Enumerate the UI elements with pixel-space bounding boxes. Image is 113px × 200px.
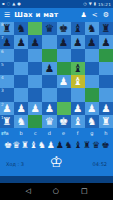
- tray-white-piece: ♝: [30, 141, 38, 150]
- square-g3[interactable]: [85, 88, 99, 101]
- square-g1[interactable]: ♞: [85, 115, 99, 128]
- square-b7[interactable]: ♟: [14, 35, 28, 48]
- tray-white-piece: ♟: [47, 141, 55, 150]
- square-g5[interactable]: [85, 62, 99, 75]
- square-h1[interactable]: ♜: [99, 115, 113, 128]
- black-piece-b-f5[interactable]: ♝: [73, 63, 82, 74]
- square-b5[interactable]: [14, 62, 28, 75]
- file-label-f: f: [71, 130, 85, 136]
- square-d6[interactable]: [42, 49, 56, 62]
- chess-board[interactable]: ♜8♞♛♚♝♞♜♟7♟♟♟♟♟♟65♟♝4♟♝3♟2♟♟♟♟♟♟♜1♞♛♚♝♞♜: [0, 22, 113, 128]
- square-f5[interactable]: ♝: [71, 62, 85, 75]
- piece-icon[interactable]: ♟: [81, 12, 87, 19]
- white-piece-p-d2[interactable]: ♟: [45, 103, 54, 114]
- notification-icon-2: ◌: [7, 2, 11, 6]
- black-piece-b-f8[interactable]: ♝: [73, 23, 82, 34]
- white-piece-n-b1[interactable]: ♞: [16, 116, 25, 127]
- tray-black-piece: ♜: [83, 141, 91, 150]
- app-title: Шах и мат: [14, 11, 75, 19]
- square-h7[interactable]: ♟: [99, 35, 113, 48]
- rank-label-8: 8: [1, 22, 4, 27]
- recents-icon[interactable]: □: [81, 188, 88, 195]
- black-piece-p-h7[interactable]: ♟: [101, 37, 110, 48]
- game-timer: 04:52: [93, 161, 107, 167]
- rank-label-7: 7: [1, 35, 4, 40]
- file-label-c: c: [28, 130, 42, 136]
- square-c8[interactable]: [28, 22, 42, 35]
- square-g8[interactable]: ♞: [85, 22, 99, 35]
- black-piece-p-c7[interactable]: ♟: [31, 37, 40, 48]
- tray-black-piece: ♞: [65, 141, 73, 150]
- file-label-h: h: [99, 130, 113, 136]
- square-a2[interactable]: ♟2: [0, 102, 14, 115]
- white-piece-p-f2[interactable]: ♟: [73, 103, 82, 114]
- square-h8[interactable]: ♜: [99, 22, 113, 35]
- square-h3[interactable]: [99, 88, 113, 101]
- square-b2[interactable]: ♟: [14, 102, 28, 115]
- square-c3[interactable]: [28, 88, 42, 101]
- black-piece-r-h8[interactable]: ♜: [101, 23, 110, 34]
- back-icon[interactable]: ◁: [25, 188, 30, 195]
- white-piece-r-h1[interactable]: ♜: [101, 116, 110, 127]
- menu-icon[interactable]: ☰: [4, 11, 10, 19]
- square-c4[interactable]: [28, 75, 42, 88]
- square-a5[interactable]: 5: [0, 62, 14, 75]
- wifi-icon: ▼: [89, 2, 92, 6]
- tray-white-piece: ♞: [38, 141, 46, 150]
- rank-label-4: 4: [1, 75, 4, 80]
- tray-black-piece: ♚: [101, 141, 109, 150]
- white-piece-n-g1[interactable]: ♞: [87, 116, 96, 127]
- square-a3[interactable]: 3: [0, 88, 14, 101]
- square-e8[interactable]: ♚: [57, 22, 71, 35]
- black-piece-n-g8[interactable]: ♞: [87, 23, 96, 34]
- white-piece-k-e1[interactable]: ♚: [59, 116, 68, 127]
- white-piece-p-g2[interactable]: ♟: [87, 103, 96, 114]
- square-b3[interactable]: [14, 88, 28, 101]
- rank-label-1: 1: [1, 115, 4, 120]
- black-piece-p-b7[interactable]: ♟: [16, 37, 25, 48]
- square-c7[interactable]: ♟: [28, 35, 42, 48]
- square-h4[interactable]: [99, 75, 113, 88]
- square-f8[interactable]: ♝: [71, 22, 85, 35]
- notification-icon-3: ▲: [12, 2, 15, 6]
- square-h2[interactable]: ♟: [99, 102, 113, 115]
- white-piece-b-f1[interactable]: ♝: [73, 116, 82, 127]
- square-g2[interactable]: ♟: [85, 102, 99, 115]
- square-b8[interactable]: ♞: [14, 22, 28, 35]
- square-e6[interactable]: [57, 49, 71, 62]
- square-e1[interactable]: ♚: [57, 115, 71, 128]
- share-icon[interactable]: <: [92, 12, 98, 19]
- white-piece-p-h2[interactable]: ♟: [101, 103, 110, 114]
- tray-black-piece: ♟: [56, 141, 64, 150]
- file-label-e: e: [57, 130, 71, 136]
- file-label-g: g: [85, 130, 99, 136]
- square-b4[interactable]: [14, 75, 28, 88]
- rank-label-3: 3: [1, 88, 4, 93]
- square-c1[interactable]: [28, 115, 42, 128]
- square-f4[interactable]: ♝: [71, 75, 85, 88]
- notification-icon-1: ▪: [2, 2, 5, 6]
- square-c5[interactable]: [28, 62, 42, 75]
- tray-white-piece: ♚: [4, 141, 12, 150]
- square-d5[interactable]: ♟: [42, 62, 56, 75]
- square-e5[interactable]: [57, 62, 71, 75]
- app-bar: ☰ Шах и мат ♟<⚙: [0, 8, 113, 22]
- home-icon[interactable]: ○: [53, 188, 59, 195]
- black-piece-p-g7[interactable]: ♟: [87, 37, 96, 48]
- file-label-b: b: [14, 130, 28, 136]
- white-piece-p-c2[interactable]: ♟: [31, 103, 40, 114]
- app-bar-actions: ♟<⚙: [76, 12, 109, 19]
- alarm-icon: ◷: [83, 2, 87, 6]
- tray-black-piece: ♝: [74, 141, 82, 150]
- settings-gear-icon[interactable]: ⚙: [103, 12, 109, 19]
- rank-label-2: 2: [1, 102, 4, 107]
- tray-black-piece: ♛: [92, 141, 100, 150]
- status-clock: 15:21: [98, 2, 111, 7]
- square-h5[interactable]: [99, 62, 113, 75]
- black-piece-q-d8[interactable]: ♛: [45, 23, 54, 34]
- square-f6[interactable]: [71, 49, 85, 62]
- rank-label-5: 5: [1, 62, 4, 67]
- square-a8[interactable]: ♜8: [0, 22, 14, 35]
- square-d2[interactable]: ♟: [42, 102, 56, 115]
- square-d1[interactable]: ♛: [42, 115, 56, 128]
- square-f3[interactable]: [71, 88, 85, 101]
- square-d7[interactable]: [42, 35, 56, 48]
- square-a4[interactable]: 4: [0, 75, 14, 88]
- square-g7[interactable]: ♟: [85, 35, 99, 48]
- square-a7[interactable]: ♟7: [0, 35, 14, 48]
- captured-pieces-tray: ♚♛♜♝♞♟♟♞♝♜♛♚: [0, 138, 113, 152]
- square-b6[interactable]: [14, 49, 28, 62]
- tray-white-piece: ♜: [21, 141, 29, 150]
- rank-label-6: 6: [1, 49, 4, 54]
- bottom-strip: [0, 176, 113, 183]
- white-piece-p-e4[interactable]: ♟: [59, 76, 68, 87]
- black-piece-p-f7[interactable]: ♟: [73, 37, 82, 48]
- square-c6[interactable]: [28, 49, 42, 62]
- battery-icon: ▮: [94, 2, 96, 6]
- file-labels-row: ⇄ abcdefgh: [0, 128, 113, 138]
- square-f7[interactable]: ♟: [71, 35, 85, 48]
- flip-board-icon[interactable]: ⇄: [1, 129, 6, 136]
- square-d8[interactable]: ♛: [42, 22, 56, 35]
- status-system-icons: ◷▼▮ 15:21: [83, 2, 111, 7]
- black-piece-k-e8[interactable]: ♚: [59, 23, 68, 34]
- square-h6[interactable]: [99, 49, 113, 62]
- info-bar: Ход : 3 ♔ 04:52: [0, 152, 113, 176]
- square-e2[interactable]: [57, 102, 71, 115]
- square-e4[interactable]: ♟: [57, 75, 71, 88]
- square-e3[interactable]: [57, 88, 71, 101]
- android-nav-bar: ◁ ○ □: [0, 183, 113, 200]
- black-piece-n-b8[interactable]: ♞: [16, 23, 25, 34]
- file-label-d: d: [42, 130, 56, 136]
- black-piece-p-d5[interactable]: ♟: [45, 63, 54, 74]
- chess-app: ▪◌▲● ◷▼▮ 15:21 ☰ Шах и мат ♟<⚙ ♜8♞♛♚♝♞♜♟…: [0, 0, 113, 200]
- square-e7[interactable]: ♟: [57, 35, 71, 48]
- square-b1[interactable]: ♞: [14, 115, 28, 128]
- square-a6[interactable]: 6: [0, 49, 14, 62]
- square-d4[interactable]: [42, 75, 56, 88]
- board-area: ♜8♞♛♚♝♞♜♟7♟♟♟♟♟♟65♟♝4♟♝3♟2♟♟♟♟♟♟♜1♞♛♚♝♞♜: [0, 22, 113, 128]
- notification-icon-4: ●: [17, 2, 21, 6]
- white-piece-q-d1[interactable]: ♛: [45, 116, 54, 127]
- white-piece-b-f4[interactable]: ♝: [73, 76, 82, 87]
- square-d3[interactable]: [42, 88, 56, 101]
- tray-white-piece: ♛: [12, 141, 20, 150]
- square-f2[interactable]: ♟: [71, 102, 85, 115]
- status-notification-icons: ▪◌▲●: [2, 2, 21, 6]
- square-g6[interactable]: [85, 49, 99, 62]
- status-bar: ▪◌▲● ◷▼▮ 15:21: [0, 0, 113, 8]
- black-piece-p-e7[interactable]: ♟: [59, 37, 68, 48]
- white-piece-p-b2[interactable]: ♟: [16, 103, 25, 114]
- square-g4[interactable]: [85, 75, 99, 88]
- square-c2[interactable]: ♟: [28, 102, 42, 115]
- square-a1[interactable]: ♜1: [0, 115, 14, 128]
- square-f1[interactable]: ♝: [71, 115, 85, 128]
